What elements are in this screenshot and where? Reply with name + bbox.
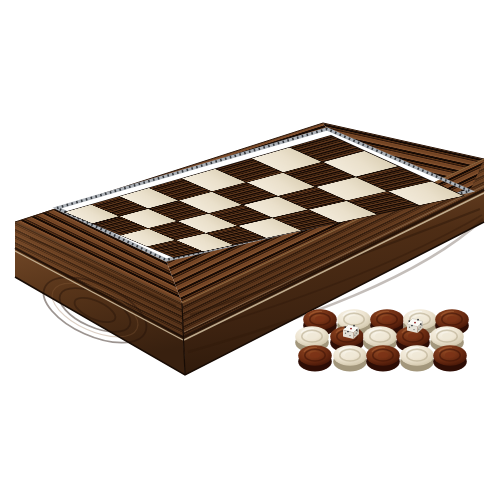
white-checker bbox=[333, 345, 367, 371]
backgammon-case-illustration bbox=[0, 0, 500, 500]
brown-checker bbox=[298, 345, 332, 371]
brown-checker bbox=[366, 345, 400, 371]
checkers-tray bbox=[295, 309, 469, 371]
brown-checker bbox=[433, 345, 467, 371]
product-photo bbox=[0, 0, 500, 500]
white-checker bbox=[400, 345, 434, 371]
